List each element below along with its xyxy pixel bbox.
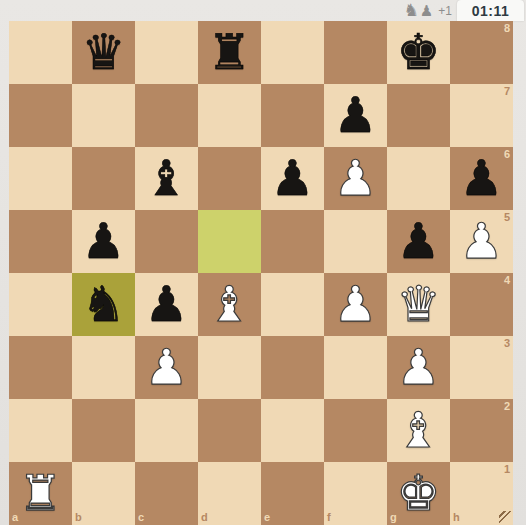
- rank-label-2: 2: [504, 401, 510, 412]
- black-bishop-c6[interactable]: ♝: [135, 147, 198, 210]
- white-pawn-h5[interactable]: ♟: [450, 210, 513, 273]
- square-e5[interactable]: [261, 210, 324, 273]
- rank-label-3: 3: [504, 338, 510, 349]
- square-f5[interactable]: [324, 210, 387, 273]
- rank-label-4: 4: [504, 275, 510, 286]
- square-h4[interactable]: 4: [450, 273, 513, 336]
- rank-label-1: 1: [504, 464, 510, 475]
- white-rook-a1[interactable]: ♜: [9, 462, 72, 525]
- square-f2[interactable]: [324, 399, 387, 462]
- file-label-c: c: [138, 512, 144, 523]
- black-pawn-c4[interactable]: ♟: [135, 273, 198, 336]
- material-advantage: +1: [438, 3, 452, 19]
- square-c8[interactable]: [135, 21, 198, 84]
- square-c7[interactable]: [135, 84, 198, 147]
- white-bishop-d4[interactable]: ♝: [198, 273, 261, 336]
- square-d7[interactable]: [198, 84, 261, 147]
- square-b1[interactable]: b: [72, 462, 135, 525]
- square-d5[interactable]: [198, 210, 261, 273]
- square-d8[interactable]: ♜: [198, 21, 261, 84]
- white-pawn-f6[interactable]: ♟: [324, 147, 387, 210]
- square-a2[interactable]: [9, 399, 72, 462]
- square-a7[interactable]: [9, 84, 72, 147]
- square-b6[interactable]: [72, 147, 135, 210]
- rank-label-8: 8: [504, 23, 510, 34]
- square-h7[interactable]: 7: [450, 84, 513, 147]
- square-d4[interactable]: ♝: [198, 273, 261, 336]
- black-pawn-h6[interactable]: ♟: [450, 147, 513, 210]
- square-d1[interactable]: d: [198, 462, 261, 525]
- square-a4[interactable]: [9, 273, 72, 336]
- square-d3[interactable]: [198, 336, 261, 399]
- square-g2[interactable]: ♝: [387, 399, 450, 462]
- chess-board: ♛♜♚8♟7♝♟♟6♟♟♟5♟♞♟♝♟♛4♟♟3♝2a♜bcdefg♚1h: [9, 21, 513, 525]
- square-h8[interactable]: 8: [450, 21, 513, 84]
- square-e6[interactable]: ♟: [261, 147, 324, 210]
- square-c6[interactable]: ♝: [135, 147, 198, 210]
- square-d6[interactable]: [198, 147, 261, 210]
- square-a6[interactable]: [9, 147, 72, 210]
- black-pawn-g5[interactable]: ♟: [387, 210, 450, 273]
- white-queen-g4[interactable]: ♛: [387, 273, 450, 336]
- black-pawn-e6[interactable]: ♟: [261, 147, 324, 210]
- square-g1[interactable]: g♚: [387, 462, 450, 525]
- white-pawn-f4[interactable]: ♟: [324, 273, 387, 336]
- captured-material: ♞ ♟ +1: [404, 2, 452, 19]
- square-e3[interactable]: [261, 336, 324, 399]
- top-bar: ♞ ♟ +1 01:11: [0, 0, 526, 21]
- square-e1[interactable]: e: [261, 462, 324, 525]
- captured-pawn-icon: ♟: [420, 3, 433, 19]
- square-b4[interactable]: ♞: [72, 273, 135, 336]
- file-label-b: b: [75, 512, 82, 523]
- black-knight-b4[interactable]: ♞: [72, 273, 135, 336]
- white-pawn-c3[interactable]: ♟: [135, 336, 198, 399]
- square-d2[interactable]: [198, 399, 261, 462]
- square-h3[interactable]: 3: [450, 336, 513, 399]
- square-h5[interactable]: 5♟: [450, 210, 513, 273]
- white-bishop-g2[interactable]: ♝: [387, 399, 450, 462]
- square-g3[interactable]: ♟: [387, 336, 450, 399]
- black-pawn-f7[interactable]: ♟: [324, 84, 387, 147]
- square-a5[interactable]: [9, 210, 72, 273]
- board-resize-handle[interactable]: [499, 511, 511, 523]
- white-pawn-g3[interactable]: ♟: [387, 336, 450, 399]
- square-c1[interactable]: c: [135, 462, 198, 525]
- square-f1[interactable]: f: [324, 462, 387, 525]
- square-f8[interactable]: [324, 21, 387, 84]
- black-queen-b8[interactable]: ♛: [72, 21, 135, 84]
- square-a8[interactable]: [9, 21, 72, 84]
- square-h6[interactable]: 6♟: [450, 147, 513, 210]
- square-b7[interactable]: [72, 84, 135, 147]
- square-h2[interactable]: 2: [450, 399, 513, 462]
- square-a1[interactable]: a♜: [9, 462, 72, 525]
- square-c2[interactable]: [135, 399, 198, 462]
- square-b2[interactable]: [72, 399, 135, 462]
- black-king-g8[interactable]: ♚: [387, 21, 450, 84]
- square-f3[interactable]: [324, 336, 387, 399]
- clock-time: 01:11: [472, 3, 510, 19]
- square-f6[interactable]: ♟: [324, 147, 387, 210]
- player-clock: 01:11: [457, 0, 524, 21]
- square-c5[interactable]: [135, 210, 198, 273]
- square-g8[interactable]: ♚: [387, 21, 450, 84]
- file-label-f: f: [327, 512, 331, 523]
- square-e2[interactable]: [261, 399, 324, 462]
- square-f7[interactable]: ♟: [324, 84, 387, 147]
- square-b3[interactable]: [72, 336, 135, 399]
- square-a3[interactable]: [9, 336, 72, 399]
- square-g5[interactable]: ♟: [387, 210, 450, 273]
- square-b8[interactable]: ♛: [72, 21, 135, 84]
- square-b5[interactable]: ♟: [72, 210, 135, 273]
- rank-label-7: 7: [504, 86, 510, 97]
- file-label-h: h: [453, 512, 460, 523]
- black-pawn-b5[interactable]: ♟: [72, 210, 135, 273]
- square-c3[interactable]: ♟: [135, 336, 198, 399]
- captured-knight-icon: ♞: [404, 2, 419, 19]
- white-king-g1[interactable]: ♚: [387, 462, 450, 525]
- file-label-d: d: [201, 512, 208, 523]
- file-label-e: e: [264, 512, 270, 523]
- square-g7[interactable]: [387, 84, 450, 147]
- square-f4[interactable]: ♟: [324, 273, 387, 336]
- square-e8[interactable]: [261, 21, 324, 84]
- game-screen: ♞ ♟ +1 01:11 ♛♜♚8♟7♝♟♟6♟♟♟5♟♞♟♝♟♛4♟♟3♝2a…: [0, 0, 526, 525]
- black-rook-d8[interactable]: ♜: [198, 21, 261, 84]
- square-c4[interactable]: ♟: [135, 273, 198, 336]
- square-e7[interactable]: [261, 84, 324, 147]
- square-g6[interactable]: [387, 147, 450, 210]
- square-g4[interactable]: ♛: [387, 273, 450, 336]
- square-e4[interactable]: [261, 273, 324, 336]
